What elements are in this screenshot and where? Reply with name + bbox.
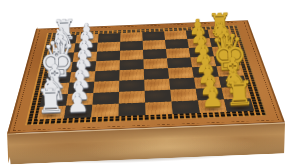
square-e6[interactable] bbox=[168, 67, 194, 78]
square-g5[interactable] bbox=[145, 90, 172, 103]
perspective-wrapper: ♜♟♟♜♞♟♟♞♝♟♟♝♛♟♟♛♚♟♟♚♝♟♟♝♞♟♟♞♜♟♟♜ bbox=[0, 0, 290, 166]
square-h2[interactable]: ♟ bbox=[64, 105, 92, 119]
white-rook-piece[interactable]: ♜ bbox=[35, 86, 66, 117]
square-c4[interactable] bbox=[120, 50, 144, 60]
chess-set-photo: ♜♟♟♜♞♟♟♞♝♟♟♝♛♟♟♛♚♟♟♚♝♟♟♝♞♟♟♞♜♟♟♜ bbox=[0, 0, 290, 166]
square-h5[interactable] bbox=[145, 102, 173, 116]
white-pawn-piece[interactable]: ♟ bbox=[66, 92, 89, 115]
black-rook-piece[interactable]: ♜ bbox=[224, 78, 255, 109]
black-pawn-piece[interactable]: ♟ bbox=[201, 86, 224, 109]
square-e5[interactable] bbox=[144, 68, 169, 79]
decorative-trim-band: ♜♟♟♜♞♟♟♞♝♟♟♝♛♟♟♛♚♟♟♚♝♟♟♝♞♟♟♞♜♟♟♜ bbox=[25, 25, 266, 125]
square-f4[interactable] bbox=[119, 80, 145, 92]
square-g3[interactable] bbox=[92, 92, 119, 105]
square-h4[interactable] bbox=[118, 103, 145, 117]
square-h8[interactable]: ♜ bbox=[224, 98, 254, 111]
chess-board: ♜♟♟♜♞♟♟♞♝♟♟♝♛♟♟♛♚♟♟♚♝♟♟♝♞♟♟♞♜♟♟♜ bbox=[7, 20, 285, 133]
board-grid: ♜♟♟♜♞♟♟♞♝♟♟♝♛♟♟♛♚♟♟♚♝♟♟♝♞♟♟♞♜♟♟♜ bbox=[37, 29, 254, 120]
board-assembly: ♜♟♟♜♞♟♟♞♝♟♟♝♛♟♟♛♚♟♟♚♝♟♟♝♞♟♟♞♜♟♟♜ bbox=[0, 0, 290, 166]
board-frame: ♜♟♟♜♞♟♟♞♝♟♟♝♛♟♟♛♚♟♟♚♝♟♟♝♞♟♟♞♜♟♟♜ bbox=[7, 20, 285, 133]
square-h3[interactable] bbox=[91, 104, 118, 118]
